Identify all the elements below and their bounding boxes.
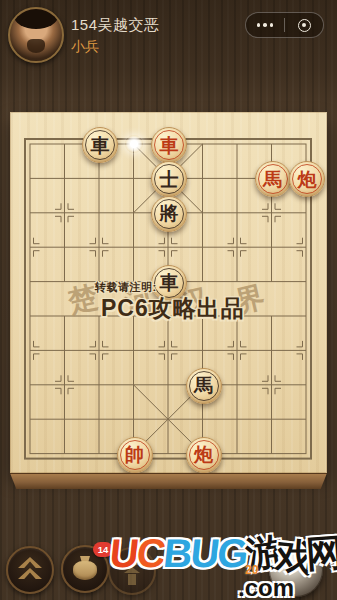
piece-red-horse[interactable]: 馬 bbox=[255, 161, 291, 197]
watermark-letter: G bbox=[215, 533, 248, 573]
money-bag-icon bbox=[73, 561, 97, 580]
watermark-letter: B bbox=[162, 533, 193, 573]
last-move-indicator bbox=[125, 135, 143, 153]
pagoda-icon bbox=[128, 574, 136, 585]
target-circle-icon bbox=[298, 19, 311, 32]
piece-black-general[interactable]: 將 bbox=[151, 196, 187, 232]
dot-icon bbox=[257, 23, 261, 27]
dot-icon bbox=[263, 23, 267, 27]
exit-button[interactable] bbox=[285, 13, 323, 37]
board-edge-bevel bbox=[10, 473, 327, 489]
more-button[interactable] bbox=[246, 13, 284, 37]
watermark-digits: 20 bbox=[245, 563, 258, 577]
piece-red-general[interactable]: 帥 bbox=[117, 437, 153, 473]
piece-red-cannon[interactable]: 炮 bbox=[186, 437, 222, 473]
chevron-up-icon bbox=[18, 557, 42, 568]
page-title: 154吴越交恶 bbox=[71, 16, 160, 35]
watermark-brand: PC6攻略出品 bbox=[101, 293, 245, 324]
wechat-capsule bbox=[245, 12, 324, 38]
pagoda-icon bbox=[124, 567, 140, 573]
pagoda-icon bbox=[122, 557, 142, 565]
avatar[interactable] bbox=[8, 7, 64, 63]
piece-black-chariot[interactable]: 車 bbox=[82, 127, 118, 163]
screen: 154吴越交恶 小兵 楚河汉界 車車士馬炮將車馬帥炮 转载请注明: PC6攻略出… bbox=[0, 0, 337, 600]
piece-red-chariot[interactable]: 車 bbox=[151, 127, 187, 163]
collapse-button[interactable] bbox=[6, 546, 54, 594]
page-subtitle: 小兵 bbox=[71, 38, 99, 56]
watermark-letter: U bbox=[189, 533, 220, 573]
dot-icon bbox=[270, 23, 274, 27]
tips-bag-button[interactable]: 14 bbox=[61, 545, 109, 593]
piece-black-horse[interactable]: 馬 bbox=[186, 368, 222, 404]
topbar: 154吴越交恶 小兵 bbox=[0, 0, 337, 70]
pagoda-button[interactable] bbox=[108, 547, 156, 595]
tips-count-badge: 14 bbox=[93, 542, 113, 557]
chevron-up-icon bbox=[18, 568, 42, 579]
sphere-button[interactable] bbox=[269, 543, 323, 597]
